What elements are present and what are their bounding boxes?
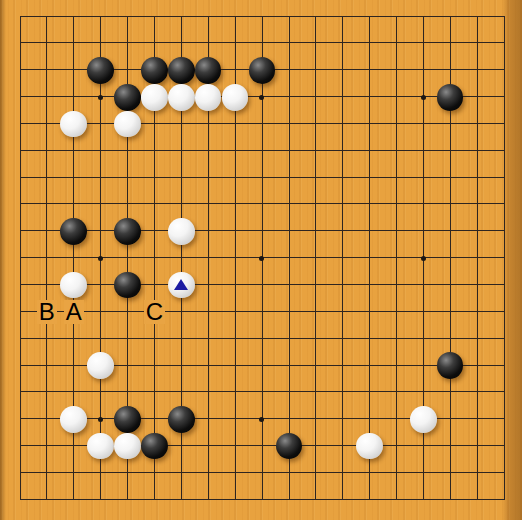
go-board[interactable]: BAC — [0, 0, 522, 520]
stone-black-G17 — [168, 57, 195, 84]
stone-black-E11 — [114, 218, 141, 245]
stone-white-J16 — [222, 84, 249, 111]
star-point — [98, 95, 103, 100]
stone-black-G4 — [168, 406, 195, 433]
stone-black-E16 — [114, 84, 141, 111]
stone-black-E4 — [114, 406, 141, 433]
star-point — [421, 256, 426, 261]
stone-white-D6 — [87, 352, 114, 379]
stone-white-G9 — [168, 272, 195, 299]
stone-white-G11 — [168, 218, 195, 245]
stone-white-O3 — [356, 433, 383, 460]
stone-black-D17 — [87, 57, 114, 84]
stone-black-F17 — [141, 57, 168, 84]
goban-grid: BAC — [7, 3, 518, 513]
star-point — [421, 95, 426, 100]
label-B[interactable]: B — [37, 300, 57, 324]
stone-white-E3 — [114, 433, 141, 460]
stone-black-R6 — [437, 352, 464, 379]
stone-white-C9 — [60, 272, 87, 299]
stone-white-G16 — [168, 84, 195, 111]
stone-black-L3 — [276, 433, 303, 460]
star-point — [98, 417, 103, 422]
stone-white-F16 — [141, 84, 168, 111]
stone-white-C15 — [60, 111, 87, 138]
stone-black-R16 — [437, 84, 464, 111]
triangle-marker — [174, 279, 188, 290]
stone-black-H17 — [195, 57, 222, 84]
stone-white-E15 — [114, 111, 141, 138]
stone-black-E9 — [114, 272, 141, 299]
label-C[interactable]: C — [144, 300, 165, 324]
stone-white-Q4 — [410, 406, 437, 433]
stone-white-H16 — [195, 84, 222, 111]
stone-black-F3 — [141, 433, 168, 460]
stone-white-D3 — [87, 433, 114, 460]
star-point — [259, 95, 264, 100]
star-point — [259, 417, 264, 422]
stone-black-K17 — [249, 57, 276, 84]
stone-black-C11 — [60, 218, 87, 245]
star-point — [98, 256, 103, 261]
stone-white-C4 — [60, 406, 87, 433]
label-A[interactable]: A — [64, 300, 84, 324]
star-point — [259, 256, 264, 261]
